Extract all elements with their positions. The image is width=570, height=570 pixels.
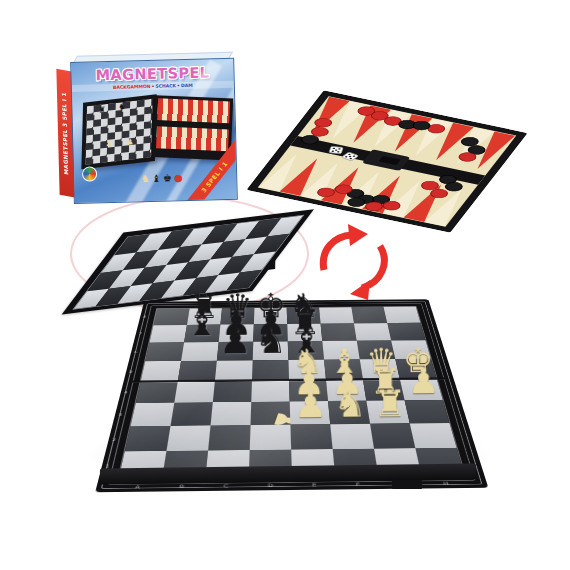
- box-art-backgammon: [153, 95, 234, 160]
- box-art-loose-pieces: ♞♝♚●: [141, 173, 183, 184]
- box-spine-text: MAGNETSPEL 3 SPEL I 1: [61, 91, 70, 175]
- chess-square: [250, 425, 292, 450]
- chess-piece-black: ♞: [254, 323, 286, 359]
- chess-square: ♜: [366, 400, 409, 423]
- chess-square: ♟: [250, 401, 290, 425]
- chess-square: [174, 381, 215, 403]
- mini-board-piece: ♞: [118, 103, 125, 112]
- mini-board-piece: ♟: [105, 139, 112, 148]
- chess-square: ♝: [184, 325, 220, 343]
- rank-label: 8: [143, 315, 147, 318]
- chess-square: ♞: [253, 341, 289, 360]
- chess-square: [208, 425, 250, 450]
- chess-square: [136, 381, 178, 403]
- chess-square: [171, 402, 213, 426]
- chess-square: [149, 325, 186, 343]
- box-front: MAGNETSPEL BACKGAMMON•SCHACK•DAM ♜♞♟♟ ♞♝…: [70, 58, 238, 204]
- chess-square: [211, 402, 252, 426]
- chess-square: ♟: [290, 401, 331, 425]
- chess-square: [330, 424, 374, 449]
- chess-board-open: ABCDEFGH 87654321 ♜♛♚♞♝♟♟♜♟♞♝♞♝♛♚♟♟♜♟♟♟♞…: [92, 270, 492, 510]
- chess-square: [410, 423, 457, 448]
- chess-square: [153, 309, 189, 326]
- rank-label: 3: [118, 413, 123, 417]
- chess-square: [252, 360, 289, 380]
- file-label: H: [442, 480, 449, 486]
- chess-square: [141, 361, 181, 381]
- separator-dot: •: [151, 84, 154, 89]
- rank-label: 7: [138, 332, 142, 335]
- chess-square: [405, 400, 450, 423]
- chess-piece-white: ♜: [373, 385, 406, 422]
- subtitle-word: SCHACK: [155, 83, 176, 89]
- chess-square: ♞: [328, 401, 370, 424]
- spine-line1: MAGNETSPEL: [62, 128, 69, 175]
- chess-square: [387, 323, 425, 341]
- mini-piece: ♞: [141, 174, 150, 184]
- chess-square: [251, 380, 289, 402]
- mini-board-piece: ♜: [99, 106, 106, 115]
- board-latch: [392, 480, 422, 489]
- chess-square: [166, 425, 210, 451]
- chess-square: [370, 423, 415, 448]
- chess-square: [319, 307, 354, 324]
- die: [329, 146, 343, 153]
- file-label: B: [179, 483, 185, 489]
- chess-square: [213, 380, 252, 402]
- rank-label: 5: [129, 369, 134, 373]
- file-label: E: [312, 482, 317, 488]
- rank-label: 1: [105, 463, 111, 468]
- chess-square: [384, 307, 421, 324]
- product-photo: MAGNETSPEL 3 SPEL I 1 MAGNETSPEL BACKGAM…: [0, 0, 570, 570]
- brand-logo-icon: [82, 166, 97, 181]
- spine-line2: 3 SPEL I 1: [61, 91, 68, 127]
- box-art-bg-half: [156, 126, 229, 151]
- chess-piece-black: ♟: [219, 323, 251, 359]
- chess-square: [178, 361, 217, 381]
- subtitle-word: BACKGAMMON: [113, 84, 151, 90]
- chess-square: [215, 360, 253, 380]
- separator-dot: •: [177, 83, 180, 88]
- chess-square: ♟: [400, 379, 443, 401]
- chess-square: [130, 403, 174, 427]
- chess-piece-white: ♞: [333, 385, 366, 422]
- chess-piece-white: ♟: [407, 363, 439, 398]
- mini-piece: ♚: [163, 173, 172, 183]
- product-box: MAGNETSPEL 3 SPEL I 1 MAGNETSPEL BACKGAM…: [56, 54, 240, 209]
- mini-piece: ●: [174, 173, 183, 183]
- rank-label: 6: [134, 350, 139, 354]
- mini-board-piece: ♟: [126, 138, 133, 147]
- chess-square: [354, 323, 391, 341]
- box-art-chess-squares: ♜♞♟♟: [85, 99, 152, 165]
- chess-square: [125, 426, 171, 452]
- chess-square: [290, 424, 332, 449]
- box-art-chessboard: ♜♞♟♟: [81, 94, 156, 169]
- chess-square: [321, 323, 357, 341]
- box-art-bg-half: [157, 98, 230, 123]
- rank-label: 4: [123, 390, 128, 394]
- chess-square: [145, 342, 184, 361]
- chess-square: [181, 342, 219, 361]
- file-label: D: [268, 482, 273, 488]
- chess-piece-black: ♝: [186, 306, 217, 341]
- file-label: C: [223, 483, 228, 489]
- subtitle-word: DAM: [181, 83, 193, 88]
- file-label: A: [135, 484, 141, 490]
- mini-piece: ♝: [152, 174, 161, 184]
- chess-piece-white: ♟: [293, 386, 326, 423]
- chess-square: ♟: [217, 342, 253, 361]
- rank-label: 2: [111, 437, 116, 442]
- file-label: F: [355, 481, 360, 487]
- chess-square: [351, 307, 387, 324]
- chess-grid: ♜♛♚♞♝♟♟♜♟♞♝♞♝♛♚♟♟♜♟♟♟♞♜: [117, 306, 466, 479]
- backgammon-board-open: [250, 46, 540, 236]
